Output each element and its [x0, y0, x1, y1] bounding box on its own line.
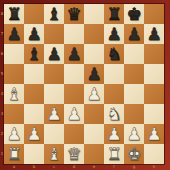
piece-white-pawn[interactable]: ♟	[144, 124, 164, 144]
square-h7[interactable]: ♟	[144, 24, 164, 44]
square-g5[interactable]	[124, 64, 144, 84]
square-f2[interactable]: ♟	[104, 124, 124, 144]
square-h2[interactable]: ♟	[144, 124, 164, 144]
square-f8[interactable]: ♜	[104, 4, 124, 24]
square-h8[interactable]	[144, 4, 164, 24]
square-b1[interactable]	[24, 144, 44, 164]
piece-black-pawn[interactable]: ♟	[84, 64, 104, 84]
square-e5[interactable]: ♟	[84, 64, 104, 84]
rank-label-8: 8	[0, 4, 4, 24]
file-label-h: h	[144, 164, 164, 170]
piece-white-queen[interactable]: ♛	[64, 144, 84, 164]
square-e4[interactable]: ♟	[84, 84, 104, 104]
piece-black-pawn[interactable]: ♟	[44, 44, 64, 64]
piece-black-pawn[interactable]: ♟	[124, 24, 144, 44]
square-b4[interactable]	[24, 84, 44, 104]
square-g1[interactable]: ♚	[124, 144, 144, 164]
square-f4[interactable]	[104, 84, 124, 104]
square-g8[interactable]: ♚	[124, 4, 144, 24]
square-b3[interactable]	[24, 104, 44, 124]
square-c1[interactable]: ♝	[44, 144, 64, 164]
square-f7[interactable]: ♟	[104, 24, 124, 44]
square-h4[interactable]	[144, 84, 164, 104]
square-h3[interactable]	[144, 104, 164, 124]
piece-white-pawn[interactable]: ♟	[84, 84, 104, 104]
piece-white-knight[interactable]: ♞	[104, 104, 124, 124]
square-h5[interactable]	[144, 64, 164, 84]
piece-black-bishop[interactable]: ♝	[44, 4, 64, 24]
rank-label-2: 2	[0, 124, 4, 144]
piece-white-pawn[interactable]: ♟	[44, 104, 64, 124]
square-c8[interactable]: ♝	[44, 4, 64, 24]
piece-black-bishop[interactable]: ♝	[24, 44, 44, 64]
piece-black-pawn[interactable]: ♟	[144, 24, 164, 44]
rank-label-3: 3	[0, 104, 4, 124]
rank-label-7: 7	[0, 24, 4, 44]
square-b2[interactable]: ♟	[24, 124, 44, 144]
piece-black-pawn[interactable]: ♟	[24, 24, 44, 44]
square-e2[interactable]	[84, 124, 104, 144]
piece-white-bishop[interactable]: ♝	[44, 144, 64, 164]
piece-white-pawn[interactable]: ♟	[24, 124, 44, 144]
file-label-b: b	[24, 164, 44, 170]
square-f1[interactable]: ♜	[104, 144, 124, 164]
piece-black-knight[interactable]: ♞	[104, 44, 124, 64]
square-d7[interactable]	[64, 24, 84, 44]
square-c5[interactable]	[44, 64, 64, 84]
square-e7[interactable]	[84, 24, 104, 44]
square-c3[interactable]: ♟	[44, 104, 64, 124]
chess-board-frame: ♜♝♛♜♚♟♟♟♟♟♝♟♟♞♟♝♟♟♟♞♟♟♟♟♟♜♝♛♜♚ abcdefgh8…	[0, 0, 170, 170]
square-d2[interactable]	[64, 124, 84, 144]
square-a5[interactable]	[4, 64, 24, 84]
file-label-g: g	[124, 164, 144, 170]
piece-white-rook[interactable]: ♜	[104, 144, 124, 164]
square-b6[interactable]: ♝	[24, 44, 44, 64]
square-f5[interactable]	[104, 64, 124, 84]
square-a6[interactable]	[4, 44, 24, 64]
file-label-a: a	[4, 164, 24, 170]
piece-black-rook[interactable]: ♜	[104, 4, 124, 24]
rank-label-1: 1	[0, 144, 4, 164]
square-g4[interactable]	[124, 84, 144, 104]
square-d5[interactable]	[64, 64, 84, 84]
square-a4[interactable]: ♝	[4, 84, 24, 104]
square-f3[interactable]: ♞	[104, 104, 124, 124]
square-a2[interactable]: ♟	[4, 124, 24, 144]
square-g6[interactable]	[124, 44, 144, 64]
chess-board: ♜♝♛♜♚♟♟♟♟♟♝♟♟♞♟♝♟♟♟♞♟♟♟♟♟♜♝♛♜♚	[4, 4, 164, 164]
square-e8[interactable]	[84, 4, 104, 24]
square-e1[interactable]	[84, 144, 104, 164]
square-d3[interactable]: ♟	[64, 104, 84, 124]
square-d4[interactable]	[64, 84, 84, 104]
square-g3[interactable]	[124, 104, 144, 124]
square-b8[interactable]	[24, 4, 44, 24]
file-label-c: c	[44, 164, 64, 170]
square-g7[interactable]: ♟	[124, 24, 144, 44]
piece-black-queen[interactable]: ♛	[64, 4, 84, 24]
rank-label-4: 4	[0, 84, 4, 104]
piece-white-pawn[interactable]: ♟	[4, 124, 24, 144]
square-e3[interactable]	[84, 104, 104, 124]
piece-black-pawn[interactable]: ♟	[104, 24, 124, 44]
square-a1[interactable]: ♜	[4, 144, 24, 164]
square-a3[interactable]	[4, 104, 24, 124]
file-label-d: d	[64, 164, 84, 170]
square-d8[interactable]: ♛	[64, 4, 84, 24]
rank-label-6: 6	[0, 44, 4, 64]
square-d1[interactable]: ♛	[64, 144, 84, 164]
square-h6[interactable]	[144, 44, 164, 64]
piece-white-bishop[interactable]: ♝	[4, 84, 24, 104]
piece-black-pawn[interactable]: ♟	[4, 24, 24, 44]
square-d6[interactable]: ♟	[64, 44, 84, 64]
square-c6[interactable]: ♟	[44, 44, 64, 64]
piece-white-rook[interactable]: ♜	[4, 144, 24, 164]
square-c4[interactable]	[44, 84, 64, 104]
square-a8[interactable]: ♜	[4, 4, 24, 24]
square-b5[interactable]	[24, 64, 44, 84]
square-g2[interactable]: ♟	[124, 124, 144, 144]
square-c7[interactable]	[44, 24, 64, 44]
square-a7[interactable]: ♟	[4, 24, 24, 44]
piece-white-pawn[interactable]: ♟	[124, 124, 144, 144]
square-f6[interactable]: ♞	[104, 44, 124, 64]
piece-black-pawn[interactable]: ♟	[64, 44, 84, 64]
square-h1[interactable]	[144, 144, 164, 164]
square-e6[interactable]	[84, 44, 104, 64]
rank-label-5: 5	[0, 64, 4, 84]
piece-black-rook[interactable]: ♜	[4, 4, 24, 24]
file-label-e: e	[84, 164, 104, 170]
square-b7[interactable]: ♟	[24, 24, 44, 44]
piece-white-pawn[interactable]: ♟	[104, 124, 124, 144]
piece-white-king[interactable]: ♚	[124, 144, 144, 164]
file-label-f: f	[104, 164, 124, 170]
piece-black-king[interactable]: ♚	[124, 4, 144, 24]
piece-white-pawn[interactable]: ♟	[64, 104, 84, 124]
square-c2[interactable]	[44, 124, 64, 144]
